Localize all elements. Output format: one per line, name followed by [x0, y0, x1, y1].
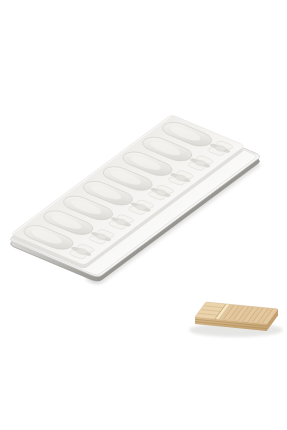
product-photo-canvas: White silicone ice-cream bar mould on re… [0, 0, 287, 430]
popsicle-sticks: Stack of natural wooden ice-cream sticks [189, 302, 283, 337]
product-photo: White silicone ice-cream bar mould on re… [0, 0, 287, 430]
mold-and-tray: White silicone ice-cream bar mould on re… [8, 115, 262, 286]
